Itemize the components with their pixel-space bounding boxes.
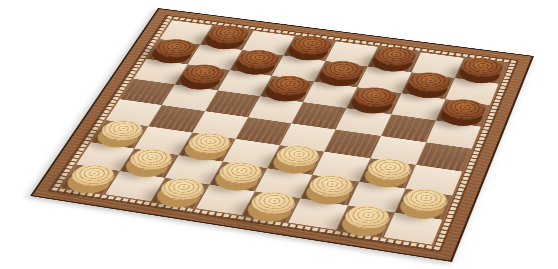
checker-dark[interactable] — [287, 34, 335, 57]
checkers-board — [30, 8, 534, 262]
checker-dark[interactable] — [458, 56, 505, 79]
chain-inlay-border — [48, 15, 519, 252]
board-frame — [33, 9, 532, 260]
board-outer-edge — [30, 8, 534, 262]
board-grid — [61, 20, 507, 244]
photo-background — [0, 0, 558, 269]
checker-dark[interactable] — [372, 45, 419, 68]
board-inner-line — [58, 19, 509, 246]
